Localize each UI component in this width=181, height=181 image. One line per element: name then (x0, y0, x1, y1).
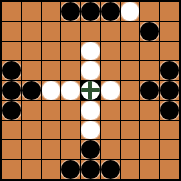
black-stone[interactable] (2, 101, 21, 120)
board-cell[interactable] (121, 101, 140, 120)
board-cell[interactable] (61, 140, 80, 159)
board-cell[interactable] (140, 140, 159, 159)
board-cell[interactable] (42, 22, 61, 41)
board-cell[interactable] (121, 22, 140, 41)
board-cell[interactable] (101, 42, 120, 61)
board-cell[interactable] (121, 42, 140, 61)
board-cell[interactable] (61, 22, 80, 41)
board-cell[interactable] (140, 81, 159, 100)
board-cell[interactable] (22, 140, 41, 159)
board-cell[interactable] (140, 101, 159, 120)
board-cell[interactable] (101, 101, 120, 120)
board-cell[interactable] (81, 160, 100, 179)
board-cell[interactable] (160, 42, 179, 61)
board-cell[interactable] (2, 22, 21, 41)
king-cross-horizontal (81, 88, 100, 92)
board-cell[interactable] (22, 101, 41, 120)
board-cell[interactable] (101, 121, 120, 140)
black-stone[interactable] (101, 160, 120, 179)
board-cell[interactable] (101, 140, 120, 159)
king-stone[interactable] (81, 81, 100, 100)
white-stone[interactable] (81, 101, 100, 120)
board-cell[interactable] (101, 2, 120, 21)
board-cell[interactable] (140, 2, 159, 21)
board-grid (2, 2, 179, 179)
black-stone[interactable] (22, 81, 41, 100)
board-cell[interactable] (160, 61, 179, 80)
black-stone[interactable] (61, 160, 80, 179)
board-cell[interactable] (42, 42, 61, 61)
board-cell[interactable] (61, 61, 80, 80)
black-stone[interactable] (2, 81, 21, 100)
board-cell[interactable] (2, 2, 21, 21)
board-cell[interactable] (140, 22, 159, 41)
black-stone[interactable] (160, 101, 179, 120)
board-cell[interactable] (121, 140, 140, 159)
board-cell[interactable] (160, 22, 179, 41)
board-cell[interactable] (2, 61, 21, 80)
board-cell[interactable] (121, 2, 140, 21)
board-cell[interactable] (160, 121, 179, 140)
board-cell[interactable] (160, 101, 179, 120)
throne-cell[interactable] (81, 81, 100, 100)
board-cell[interactable] (121, 160, 140, 179)
board-cell[interactable] (42, 101, 61, 120)
board-cell[interactable] (2, 160, 21, 179)
white-stone[interactable] (61, 81, 80, 100)
board-cell[interactable] (101, 61, 120, 80)
board-cell[interactable] (42, 160, 61, 179)
board-cell[interactable] (160, 81, 179, 100)
white-stone[interactable] (121, 2, 140, 21)
board-cell[interactable] (81, 140, 100, 159)
black-stone[interactable] (140, 81, 159, 100)
board-cell[interactable] (2, 42, 21, 61)
board-cell[interactable] (22, 61, 41, 80)
black-stone[interactable] (81, 160, 100, 179)
white-stone[interactable] (42, 81, 61, 100)
board-cell[interactable] (121, 81, 140, 100)
board-cell[interactable] (101, 22, 120, 41)
black-stone[interactable] (2, 61, 21, 80)
board-cell[interactable] (42, 81, 61, 100)
board-cell[interactable] (42, 61, 61, 80)
board-cell[interactable] (61, 160, 80, 179)
board-cell[interactable] (2, 101, 21, 120)
board-cell[interactable] (22, 42, 41, 61)
board-cell[interactable] (81, 121, 100, 140)
black-stone[interactable] (61, 2, 80, 21)
white-stone[interactable] (101, 81, 120, 100)
black-stone[interactable] (81, 140, 100, 159)
board-cell[interactable] (2, 81, 21, 100)
board-cell[interactable] (42, 121, 61, 140)
board-cell[interactable] (22, 81, 41, 100)
board-cell[interactable] (2, 140, 21, 159)
board-cell[interactable] (61, 42, 80, 61)
white-stone[interactable] (81, 121, 100, 140)
board-cell[interactable] (140, 160, 159, 179)
board-cell[interactable] (81, 42, 100, 61)
board-cell[interactable] (42, 2, 61, 21)
tablut-board (0, 0, 181, 181)
board-cell[interactable] (160, 2, 179, 21)
board-cell[interactable] (81, 101, 100, 120)
board-cell[interactable] (42, 140, 61, 159)
board-cell[interactable] (22, 160, 41, 179)
board-cell[interactable] (81, 22, 100, 41)
board-cell[interactable] (101, 160, 120, 179)
board-cell[interactable] (22, 121, 41, 140)
black-stone[interactable] (160, 81, 179, 100)
board-cell[interactable] (61, 81, 80, 100)
black-stone[interactable] (81, 2, 100, 21)
board-cell[interactable] (2, 121, 21, 140)
board-cell[interactable] (22, 22, 41, 41)
board-cell[interactable] (61, 101, 80, 120)
board-cell[interactable] (160, 160, 179, 179)
black-stone[interactable] (140, 22, 159, 41)
black-stone[interactable] (160, 61, 179, 80)
board-cell[interactable] (81, 61, 100, 80)
board-cell[interactable] (61, 2, 80, 21)
board-cell[interactable] (61, 121, 80, 140)
board-cell[interactable] (160, 140, 179, 159)
board-cell[interactable] (140, 61, 159, 80)
black-stone[interactable] (101, 2, 120, 21)
board-cell[interactable] (121, 61, 140, 80)
white-stone[interactable] (81, 61, 100, 80)
board-cell[interactable] (22, 2, 41, 21)
white-stone[interactable] (81, 42, 100, 61)
board-cell[interactable] (121, 121, 140, 140)
board-cell[interactable] (140, 121, 159, 140)
board-cell[interactable] (140, 42, 159, 61)
board-cell[interactable] (101, 81, 120, 100)
board-cell[interactable] (81, 2, 100, 21)
